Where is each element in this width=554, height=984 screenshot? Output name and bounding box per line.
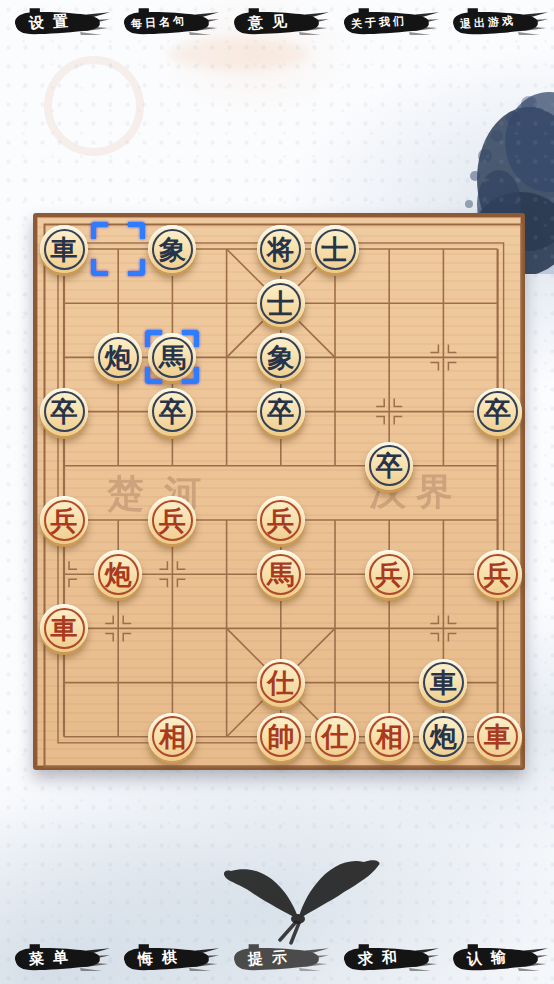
piece-red-horse[interactable]: 馬 bbox=[257, 550, 305, 598]
piece-glyph: 相 bbox=[159, 723, 186, 750]
piece-glyph: 卒 bbox=[159, 398, 186, 425]
daily-quote-button-label: 每日名句 bbox=[118, 3, 197, 41]
piece-glyph: 兵 bbox=[267, 507, 294, 534]
piece-black-advisor[interactable]: 士 bbox=[311, 225, 359, 273]
piece-glyph: 炮 bbox=[105, 561, 132, 588]
piece-red-soldier[interactable]: 兵 bbox=[148, 496, 196, 544]
piece-glyph: 将 bbox=[267, 236, 294, 263]
resign-button[interactable]: 认输 bbox=[444, 942, 548, 978]
piece-black-cannon[interactable]: 炮 bbox=[94, 333, 142, 381]
piece-glyph: 車 bbox=[484, 723, 511, 750]
piece-black-soldier[interactable]: 卒 bbox=[474, 388, 522, 436]
piece-glyph: 仕 bbox=[267, 669, 294, 696]
resign-button-label: 认输 bbox=[447, 939, 526, 977]
piece-black-chariot[interactable]: 車 bbox=[419, 659, 467, 707]
exit-game-button[interactable]: 退出游戏 bbox=[444, 6, 548, 42]
piece-glyph: 卒 bbox=[267, 398, 294, 425]
menu-button[interactable]: 菜单 bbox=[6, 942, 110, 978]
piece-glyph: 炮 bbox=[430, 723, 457, 750]
piece-glyph: 炮 bbox=[105, 344, 132, 371]
undo-move-button-label: 悔棋 bbox=[118, 939, 197, 977]
piece-glyph: 兵 bbox=[376, 561, 403, 588]
piece-layer: 車象将士士炮馬象卒卒卒卒卒兵兵兵炮馬兵兵車仕車相帥仕相炮車 bbox=[37, 222, 525, 764]
undo-move-button[interactable]: 悔棋 bbox=[115, 942, 219, 978]
piece-black-cannon[interactable]: 炮 bbox=[419, 713, 467, 761]
piece-red-elephant[interactable]: 相 bbox=[148, 713, 196, 761]
piece-glyph: 帥 bbox=[267, 723, 294, 750]
hint-button[interactable]: 提示 bbox=[225, 942, 329, 978]
piece-glyph: 象 bbox=[267, 344, 294, 371]
piece-red-soldier[interactable]: 兵 bbox=[40, 496, 88, 544]
piece-red-soldier[interactable]: 兵 bbox=[474, 550, 522, 598]
piece-black-soldier[interactable]: 卒 bbox=[148, 388, 196, 436]
settings-button-label: 设置 bbox=[9, 3, 88, 41]
piece-glyph: 仕 bbox=[322, 723, 349, 750]
piece-red-advisor[interactable]: 仕 bbox=[257, 659, 305, 707]
piece-glyph: 兵 bbox=[484, 561, 511, 588]
top-menu-bar: 设置 每日名句 意见 关于我们 退出游戏 bbox=[0, 4, 554, 44]
about-us-button-label: 关于我们 bbox=[338, 3, 417, 41]
feedback-button[interactable]: 意见 bbox=[225, 6, 329, 42]
piece-glyph: 車 bbox=[430, 669, 457, 696]
xiangqi-board[interactable]: 楚河 汉界 車象将士士炮馬象卒卒卒卒卒兵兵兵炮馬兵兵車仕車相帥仕相炮車 bbox=[33, 213, 525, 770]
piece-glyph: 卒 bbox=[376, 452, 403, 479]
piece-glyph: 相 bbox=[376, 723, 403, 750]
hint-button-label: 提示 bbox=[228, 939, 307, 977]
piece-red-general[interactable]: 帥 bbox=[257, 713, 305, 761]
piece-red-soldier[interactable]: 兵 bbox=[365, 550, 413, 598]
piece-red-advisor[interactable]: 仕 bbox=[311, 713, 359, 761]
piece-glyph: 士 bbox=[267, 290, 294, 317]
about-us-button[interactable]: 关于我们 bbox=[335, 6, 439, 42]
offer-draw-button-label: 求和 bbox=[338, 939, 417, 977]
settings-button[interactable]: 设置 bbox=[6, 6, 110, 42]
piece-red-cannon[interactable]: 炮 bbox=[94, 550, 142, 598]
piece-black-soldier[interactable]: 卒 bbox=[365, 442, 413, 490]
piece-glyph: 象 bbox=[159, 236, 186, 263]
piece-glyph: 卒 bbox=[51, 398, 78, 425]
piece-glyph: 兵 bbox=[51, 507, 78, 534]
menu-button-label: 菜单 bbox=[9, 939, 88, 977]
piece-black-advisor[interactable]: 士 bbox=[257, 279, 305, 327]
piece-black-elephant[interactable]: 象 bbox=[257, 333, 305, 381]
piece-black-general[interactable]: 将 bbox=[257, 225, 305, 273]
offer-draw-button[interactable]: 求和 bbox=[335, 942, 439, 978]
piece-glyph: 士 bbox=[322, 236, 349, 263]
piece-glyph: 兵 bbox=[159, 507, 186, 534]
piece-black-soldier[interactable]: 卒 bbox=[40, 388, 88, 436]
daily-quote-button[interactable]: 每日名句 bbox=[115, 6, 219, 42]
piece-glyph: 卒 bbox=[484, 398, 511, 425]
piece-black-soldier[interactable]: 卒 bbox=[257, 388, 305, 436]
piece-red-chariot[interactable]: 車 bbox=[474, 713, 522, 761]
ink-circle-watermark bbox=[44, 56, 144, 156]
piece-glyph: 馬 bbox=[159, 344, 186, 371]
exit-game-button-label: 退出游戏 bbox=[447, 3, 526, 41]
piece-red-elephant[interactable]: 相 bbox=[365, 713, 413, 761]
piece-glyph: 馬 bbox=[267, 561, 294, 588]
piece-black-elephant[interactable]: 象 bbox=[148, 225, 196, 273]
piece-red-chariot[interactable]: 車 bbox=[40, 604, 88, 652]
piece-black-chariot[interactable]: 車 bbox=[40, 225, 88, 273]
piece-red-soldier[interactable]: 兵 bbox=[257, 496, 305, 544]
piece-glyph: 車 bbox=[51, 236, 78, 263]
bottom-action-bar: 菜单 悔棋 提示 求和 认输 bbox=[0, 940, 554, 980]
piece-glyph: 車 bbox=[51, 615, 78, 642]
feedback-button-label: 意见 bbox=[228, 3, 307, 41]
piece-black-horse[interactable]: 馬 bbox=[148, 333, 196, 381]
